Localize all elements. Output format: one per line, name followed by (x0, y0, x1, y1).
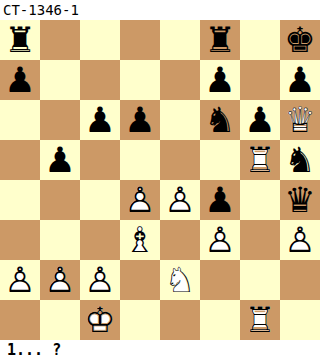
square-d5[interactable] (120, 140, 160, 180)
black-rook-icon: ♜ (200, 20, 240, 60)
white-pawn-icon: ♙ (40, 260, 80, 300)
black-pawn-icon: ♟ (200, 60, 240, 100)
square-d2[interactable] (120, 260, 160, 300)
square-f2[interactable] (200, 260, 240, 300)
square-g1[interactable]: ♜♖ (240, 300, 280, 340)
square-f4[interactable]: ♟ (200, 180, 240, 220)
square-h3[interactable]: ♟♙ (280, 220, 320, 260)
square-g3[interactable] (240, 220, 280, 260)
square-e3[interactable] (160, 220, 200, 260)
square-h2[interactable] (280, 260, 320, 300)
square-d1[interactable] (120, 300, 160, 340)
square-a3[interactable] (0, 220, 40, 260)
square-f1[interactable] (200, 300, 240, 340)
square-g5[interactable]: ♜♖ (240, 140, 280, 180)
black-pawn-icon: ♟ (280, 60, 320, 100)
white-pawn-icon: ♙ (200, 220, 240, 260)
black-pawn-icon: ♟ (80, 100, 120, 140)
white-bishop-icon: ♗ (120, 220, 160, 260)
square-a1[interactable] (0, 300, 40, 340)
black-pawn-icon: ♟ (40, 140, 80, 180)
square-b6[interactable] (40, 100, 80, 140)
square-g8[interactable] (240, 20, 280, 60)
square-c1[interactable]: ♚♔ (80, 300, 120, 340)
square-a8[interactable]: ♜ (0, 20, 40, 60)
square-c5[interactable] (80, 140, 120, 180)
square-b5[interactable]: ♟ (40, 140, 80, 180)
square-e7[interactable] (160, 60, 200, 100)
square-d7[interactable] (120, 60, 160, 100)
square-e6[interactable] (160, 100, 200, 140)
black-queen-icon: ♛ (280, 180, 320, 220)
square-d6[interactable]: ♟ (120, 100, 160, 140)
square-h7[interactable]: ♟ (280, 60, 320, 100)
square-c3[interactable] (80, 220, 120, 260)
square-f7[interactable]: ♟ (200, 60, 240, 100)
black-pawn-icon: ♟ (120, 100, 160, 140)
square-a7[interactable]: ♟ (0, 60, 40, 100)
black-rook-icon: ♜ (0, 20, 40, 60)
square-e8[interactable] (160, 20, 200, 60)
square-a2[interactable]: ♟♙ (0, 260, 40, 300)
square-f6[interactable]: ♞ (200, 100, 240, 140)
white-pawn-icon: ♙ (120, 180, 160, 220)
square-c4[interactable] (80, 180, 120, 220)
square-h6[interactable]: ♛♕ (280, 100, 320, 140)
black-knight-icon: ♞ (200, 100, 240, 140)
white-pawn-icon: ♙ (280, 220, 320, 260)
square-h1[interactable] (280, 300, 320, 340)
square-a5[interactable] (0, 140, 40, 180)
square-c7[interactable] (80, 60, 120, 100)
square-c2[interactable]: ♟♙ (80, 260, 120, 300)
square-g6[interactable]: ♟ (240, 100, 280, 140)
move-prompt: 1... ? (7, 341, 61, 359)
square-f5[interactable] (200, 140, 240, 180)
black-knight-icon: ♞ (280, 140, 320, 180)
black-pawn-icon: ♟ (240, 100, 280, 140)
square-h4[interactable]: ♛ (280, 180, 320, 220)
square-e5[interactable] (160, 140, 200, 180)
square-g7[interactable] (240, 60, 280, 100)
square-h5[interactable]: ♞ (280, 140, 320, 180)
puzzle-id: CT-1346-1 (3, 2, 79, 18)
white-pawn-icon: ♙ (160, 180, 200, 220)
black-pawn-icon: ♟ (0, 60, 40, 100)
square-d8[interactable] (120, 20, 160, 60)
square-f3[interactable]: ♟♙ (200, 220, 240, 260)
square-b3[interactable] (40, 220, 80, 260)
square-b4[interactable] (40, 180, 80, 220)
square-e1[interactable] (160, 300, 200, 340)
white-pawn-icon: ♙ (80, 260, 120, 300)
square-d4[interactable]: ♟♙ (120, 180, 160, 220)
square-b7[interactable] (40, 60, 80, 100)
black-king-icon: ♚ (280, 20, 320, 60)
square-g2[interactable] (240, 260, 280, 300)
square-b1[interactable] (40, 300, 80, 340)
square-b2[interactable]: ♟♙ (40, 260, 80, 300)
square-c6[interactable]: ♟ (80, 100, 120, 140)
white-rook-icon: ♖ (240, 300, 280, 340)
white-knight-icon: ♘ (160, 260, 200, 300)
square-b8[interactable] (40, 20, 80, 60)
white-queen-icon: ♕ (280, 100, 320, 140)
square-e4[interactable]: ♟♙ (160, 180, 200, 220)
title-bar: CT-1346-1 (0, 0, 320, 20)
square-c8[interactable] (80, 20, 120, 60)
white-pawn-icon: ♙ (0, 260, 40, 300)
square-d3[interactable]: ♝♗ (120, 220, 160, 260)
white-king-icon: ♔ (80, 300, 120, 340)
square-a6[interactable] (0, 100, 40, 140)
white-rook-icon: ♖ (240, 140, 280, 180)
square-a4[interactable] (0, 180, 40, 220)
square-f8[interactable]: ♜ (200, 20, 240, 60)
black-pawn-icon: ♟ (200, 180, 240, 220)
square-h8[interactable]: ♚ (280, 20, 320, 60)
square-e2[interactable]: ♞♘ (160, 260, 200, 300)
chess-board: ♜♜♚♟♟♟♟♟♞♟♛♕♟♜♖♞♟♙♟♙♟♛♝♗♟♙♟♙♟♙♟♙♟♙♞♘♚♔♜♖ (0, 20, 320, 340)
square-g4[interactable] (240, 180, 280, 220)
prompt-bar: 1... ? (0, 340, 320, 360)
